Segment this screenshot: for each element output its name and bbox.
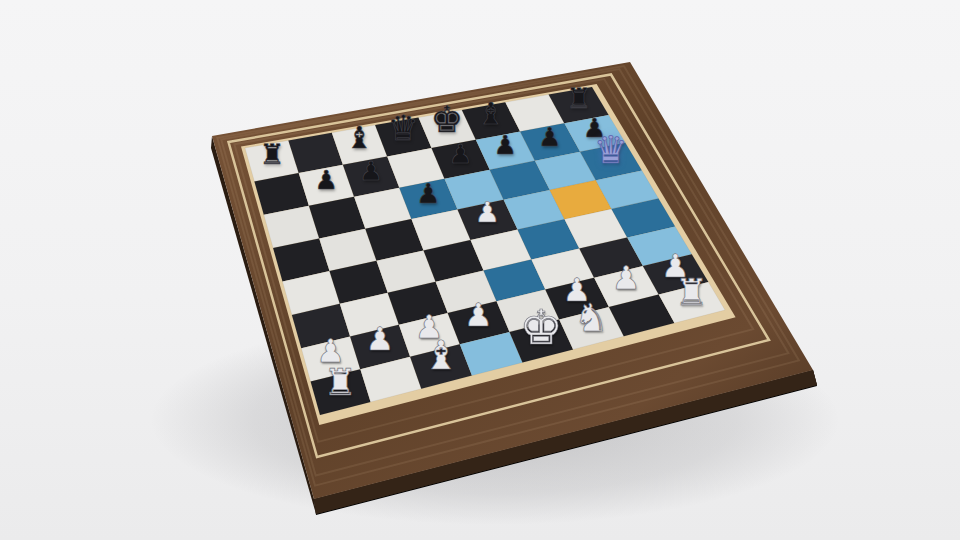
piece-black-pawn-e7[interactable]: ♟ [449,141,472,167]
piece-white-pawn-e5[interactable]: ♟ [474,199,500,228]
piece-white-rook-h1[interactable]: ♜ [675,275,708,312]
scene: ♜♝♛♚♝♜♟♟♟♟♟♟♟♛♟♟♟♟♟♟♟♟♜♝♚♞♜ [0,0,960,540]
piece-black-rook-h8[interactable]: ♜ [566,85,591,113]
chess-board[interactable] [0,0,960,540]
piece-white-knight-f1[interactable]: ♞ [574,299,609,338]
piece-black-pawn-f7[interactable]: ♟ [493,132,516,158]
piece-white-queen-h6[interactable]: ♛ [594,133,628,171]
piece-black-pawn-b7[interactable]: ♟ [314,167,337,193]
piece-white-pawn-d2[interactable]: ♟ [464,299,493,331]
piece-black-king-e8[interactable]: ♚ [431,102,463,138]
piece-white-king-e1[interactable]: ♚ [519,303,562,351]
piece-black-queen-d8[interactable]: ♛ [388,111,419,146]
piece-black-bishop-f8[interactable]: ♝ [477,99,504,129]
piece-white-pawn-g2[interactable]: ♟ [612,263,641,295]
piece-black-pawn-c7[interactable]: ♟ [359,158,382,184]
piece-black-pawn-g7[interactable]: ♟ [538,123,561,149]
piece-white-bishop-c1[interactable]: ♝ [423,336,459,376]
piece-white-rook-a1[interactable]: ♜ [324,364,357,401]
piece-black-pawn-d6[interactable]: ♟ [416,179,440,206]
piece-black-bishop-c8[interactable]: ♝ [346,123,373,153]
piece-black-rook-a8[interactable]: ♜ [259,141,284,169]
piece-white-pawn-b2[interactable]: ♟ [365,323,394,355]
